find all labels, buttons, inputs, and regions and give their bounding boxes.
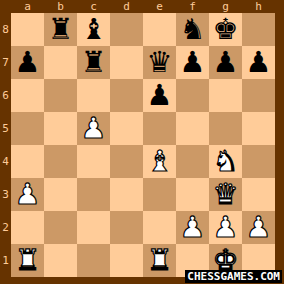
black-pawn-a7: ♟	[11, 46, 44, 79]
square-d1[interactable]	[110, 244, 143, 277]
square-d3[interactable]	[110, 178, 143, 211]
square-h7[interactable]: ♟	[242, 46, 275, 79]
rank-label-7: 7	[0, 46, 11, 79]
white-rook-a1: ♜	[11, 244, 44, 277]
square-b8[interactable]: ♜	[44, 13, 77, 46]
square-e4[interactable]: ♝	[143, 145, 176, 178]
square-h5[interactable]	[242, 112, 275, 145]
rank-label-6: 6	[0, 79, 11, 112]
square-a2[interactable]	[11, 211, 44, 244]
square-g7[interactable]: ♟	[209, 46, 242, 79]
square-e7[interactable]: ♛	[143, 46, 176, 79]
white-pawn-c5: ♟	[77, 112, 110, 145]
rank-label-4: 4	[0, 145, 11, 178]
square-e8[interactable]	[143, 13, 176, 46]
square-b7[interactable]	[44, 46, 77, 79]
square-c5[interactable]: ♟	[77, 112, 110, 145]
rank-label-8: 8	[0, 13, 11, 46]
square-e3[interactable]	[143, 178, 176, 211]
white-rook-e1: ♜	[143, 244, 176, 277]
square-c1[interactable]	[77, 244, 110, 277]
black-queen-e7: ♛	[143, 46, 176, 79]
square-g2[interactable]: ♟	[209, 211, 242, 244]
square-f3[interactable]	[176, 178, 209, 211]
square-a3[interactable]: ♟	[11, 178, 44, 211]
rank-label-3: 3	[0, 178, 11, 211]
square-f2[interactable]: ♟	[176, 211, 209, 244]
chessgames-brand-label: CHESSGAMES.COM	[185, 270, 282, 283]
square-a1[interactable]: ♜	[11, 244, 44, 277]
file-label-d: d	[110, 0, 143, 13]
white-queen-g3: ♛	[209, 178, 242, 211]
square-e1[interactable]: ♜	[143, 244, 176, 277]
square-h6[interactable]	[242, 79, 275, 112]
white-pawn-g2: ♟	[209, 211, 242, 244]
chess-board: ♜♝♞♚♟♜♛♟♟♟♟♟♝♞♟♛♟♟♟♜♜♚	[11, 13, 275, 277]
black-pawn-f7: ♟	[176, 46, 209, 79]
square-g3[interactable]: ♛	[209, 178, 242, 211]
square-d5[interactable]	[110, 112, 143, 145]
square-f4[interactable]	[176, 145, 209, 178]
square-h8[interactable]	[242, 13, 275, 46]
square-f6[interactable]	[176, 79, 209, 112]
square-c3[interactable]	[77, 178, 110, 211]
square-d2[interactable]	[110, 211, 143, 244]
black-knight-f8: ♞	[176, 13, 209, 46]
square-h3[interactable]	[242, 178, 275, 211]
black-rook-c7: ♜	[77, 46, 110, 79]
black-pawn-h7: ♟	[242, 46, 275, 79]
square-e5[interactable]	[143, 112, 176, 145]
white-pawn-h2: ♟	[242, 211, 275, 244]
square-b6[interactable]	[44, 79, 77, 112]
square-a6[interactable]	[11, 79, 44, 112]
square-f7[interactable]: ♟	[176, 46, 209, 79]
file-label-h: h	[242, 0, 275, 13]
square-e2[interactable]	[143, 211, 176, 244]
square-h2[interactable]: ♟	[242, 211, 275, 244]
square-d6[interactable]	[110, 79, 143, 112]
rank-label-5: 5	[0, 112, 11, 145]
square-a7[interactable]: ♟	[11, 46, 44, 79]
square-b4[interactable]	[44, 145, 77, 178]
black-rook-b8: ♜	[44, 13, 77, 46]
square-d4[interactable]	[110, 145, 143, 178]
square-e6[interactable]: ♟	[143, 79, 176, 112]
white-pawn-f2: ♟	[176, 211, 209, 244]
square-c8[interactable]: ♝	[77, 13, 110, 46]
square-h4[interactable]	[242, 145, 275, 178]
file-label-a: a	[11, 0, 44, 13]
square-c7[interactable]: ♜	[77, 46, 110, 79]
square-c6[interactable]	[77, 79, 110, 112]
square-g8[interactable]: ♚	[209, 13, 242, 46]
square-g6[interactable]	[209, 79, 242, 112]
white-pawn-a3: ♟	[11, 178, 44, 211]
square-a4[interactable]	[11, 145, 44, 178]
square-g4[interactable]: ♞	[209, 145, 242, 178]
rank-label-2: 2	[0, 211, 11, 244]
white-bishop-e4: ♝	[143, 145, 176, 178]
file-label-e: e	[143, 0, 176, 13]
black-pawn-e6: ♟	[143, 79, 176, 112]
square-g5[interactable]	[209, 112, 242, 145]
square-b5[interactable]	[44, 112, 77, 145]
rank-label-1: 1	[0, 244, 11, 277]
white-knight-g4: ♞	[209, 145, 242, 178]
square-d8[interactable]	[110, 13, 143, 46]
square-d7[interactable]	[110, 46, 143, 79]
square-b1[interactable]	[44, 244, 77, 277]
black-pawn-g7: ♟	[209, 46, 242, 79]
square-a5[interactable]	[11, 112, 44, 145]
black-bishop-c8: ♝	[77, 13, 110, 46]
square-a8[interactable]	[11, 13, 44, 46]
square-f5[interactable]	[176, 112, 209, 145]
chess-diagram: abcdefgh 87654321 ♜♝♞♚♟♜♛♟♟♟♟♟♝♞♟♛♟♟♟♜♜♚…	[0, 0, 284, 284]
square-f8[interactable]: ♞	[176, 13, 209, 46]
square-b3[interactable]	[44, 178, 77, 211]
square-b2[interactable]	[44, 211, 77, 244]
square-c2[interactable]	[77, 211, 110, 244]
black-king-g8: ♚	[209, 13, 242, 46]
square-c4[interactable]	[77, 145, 110, 178]
